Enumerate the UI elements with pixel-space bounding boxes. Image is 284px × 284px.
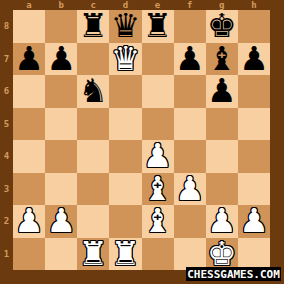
square-h7[interactable]: ♟ xyxy=(238,43,270,76)
rank-label-4: 4 xyxy=(0,140,13,173)
square-f7[interactable]: ♟ xyxy=(174,43,206,76)
square-d7[interactable]: ♛ xyxy=(109,43,141,76)
rank-label-3: 3 xyxy=(0,173,13,206)
square-e7[interactable] xyxy=(142,43,174,76)
square-a8[interactable] xyxy=(13,10,45,43)
square-f2[interactable] xyxy=(174,205,206,238)
black-queen-d8[interactable]: ♛ xyxy=(111,10,141,42)
square-e3[interactable]: ♝ xyxy=(142,173,174,206)
square-e2[interactable]: ♝ xyxy=(142,205,174,238)
rank-label-5: 5 xyxy=(0,108,13,141)
square-a2[interactable]: ♟ xyxy=(13,205,45,238)
white-bishop-e3[interactable]: ♝ xyxy=(143,173,173,205)
white-bishop-e2[interactable]: ♝ xyxy=(143,205,173,237)
square-d2[interactable] xyxy=(109,205,141,238)
rank-label-7: 7 xyxy=(0,43,13,76)
square-f5[interactable] xyxy=(174,108,206,141)
black-knight-c6[interactable]: ♞ xyxy=(79,75,109,107)
square-b1[interactable] xyxy=(45,238,77,271)
square-g8[interactable]: ♚ xyxy=(206,10,238,43)
square-h8[interactable] xyxy=(238,10,270,43)
square-c4[interactable] xyxy=(77,140,109,173)
file-label-a: a xyxy=(13,0,45,10)
black-pawn-f7[interactable]: ♟ xyxy=(175,43,205,75)
square-c6[interactable]: ♞ xyxy=(77,75,109,108)
square-g1[interactable]: ♚ xyxy=(206,238,238,271)
white-king-g1[interactable]: ♚ xyxy=(207,238,237,270)
black-pawn-a7[interactable]: ♟ xyxy=(14,43,44,75)
chess-board: ♜♛♜♚♟♟♛♟♝♟♞♟♟♝♟♟♟♝♟♟♜♜♚ xyxy=(13,10,270,270)
square-b4[interactable] xyxy=(45,140,77,173)
black-pawn-h7[interactable]: ♟ xyxy=(239,43,269,75)
square-c3[interactable] xyxy=(77,173,109,206)
rank-label-8: 8 xyxy=(0,10,13,43)
square-c8[interactable]: ♜ xyxy=(77,10,109,43)
chessgames-watermark: CHESSGAMES.COM xyxy=(186,267,281,281)
white-pawn-b2[interactable]: ♟ xyxy=(46,205,76,237)
black-king-g8[interactable]: ♚ xyxy=(207,10,237,42)
square-d5[interactable] xyxy=(109,108,141,141)
square-a5[interactable] xyxy=(13,108,45,141)
square-d1[interactable]: ♜ xyxy=(109,238,141,271)
square-b5[interactable] xyxy=(45,108,77,141)
black-rook-e8[interactable]: ♜ xyxy=(143,10,173,42)
square-b7[interactable]: ♟ xyxy=(45,43,77,76)
square-a1[interactable] xyxy=(13,238,45,271)
square-h6[interactable] xyxy=(238,75,270,108)
white-pawn-h2[interactable]: ♟ xyxy=(239,205,269,237)
white-pawn-e4[interactable]: ♟ xyxy=(143,140,173,172)
square-b3[interactable] xyxy=(45,173,77,206)
square-c2[interactable] xyxy=(77,205,109,238)
file-label-f: f xyxy=(174,0,206,10)
black-pawn-b7[interactable]: ♟ xyxy=(46,43,76,75)
square-g4[interactable] xyxy=(206,140,238,173)
square-g6[interactable]: ♟ xyxy=(206,75,238,108)
square-h3[interactable] xyxy=(238,173,270,206)
white-pawn-f3[interactable]: ♟ xyxy=(175,173,205,205)
square-a7[interactable]: ♟ xyxy=(13,43,45,76)
black-bishop-g7[interactable]: ♝ xyxy=(207,43,237,75)
rank-label-6: 6 xyxy=(0,75,13,108)
white-pawn-g2[interactable]: ♟ xyxy=(207,205,237,237)
file-label-b: b xyxy=(45,0,77,10)
black-pawn-g6[interactable]: ♟ xyxy=(207,75,237,107)
square-d8[interactable]: ♛ xyxy=(109,10,141,43)
square-g2[interactable]: ♟ xyxy=(206,205,238,238)
square-h1[interactable] xyxy=(238,238,270,271)
square-a3[interactable] xyxy=(13,173,45,206)
chess-board-diagram: abcdefgh 87654321 ♜♛♜♚♟♟♛♟♝♟♞♟♟♝♟♟♟♝♟♟♜♜… xyxy=(0,0,284,284)
white-rook-c1[interactable]: ♜ xyxy=(79,238,109,270)
white-pawn-a2[interactable]: ♟ xyxy=(14,205,44,237)
square-b8[interactable] xyxy=(45,10,77,43)
square-e5[interactable] xyxy=(142,108,174,141)
square-e1[interactable] xyxy=(142,238,174,271)
rank-label-2: 2 xyxy=(0,205,13,238)
square-f8[interactable] xyxy=(174,10,206,43)
rank-label-1: 1 xyxy=(0,238,13,271)
square-h5[interactable] xyxy=(238,108,270,141)
square-e8[interactable]: ♜ xyxy=(142,10,174,43)
square-g7[interactable]: ♝ xyxy=(206,43,238,76)
square-a4[interactable] xyxy=(13,140,45,173)
square-d4[interactable] xyxy=(109,140,141,173)
white-queen-d7[interactable]: ♛ xyxy=(111,43,141,75)
square-f3[interactable]: ♟ xyxy=(174,173,206,206)
square-f1[interactable] xyxy=(174,238,206,271)
square-d6[interactable] xyxy=(109,75,141,108)
square-f4[interactable] xyxy=(174,140,206,173)
black-rook-c8[interactable]: ♜ xyxy=(79,10,109,42)
square-b2[interactable]: ♟ xyxy=(45,205,77,238)
square-a6[interactable] xyxy=(13,75,45,108)
square-g5[interactable] xyxy=(206,108,238,141)
square-e6[interactable] xyxy=(142,75,174,108)
square-c5[interactable] xyxy=(77,108,109,141)
file-label-h: h xyxy=(238,0,270,10)
square-g3[interactable] xyxy=(206,173,238,206)
white-rook-d1[interactable]: ♜ xyxy=(111,238,141,270)
square-h2[interactable]: ♟ xyxy=(238,205,270,238)
square-b6[interactable] xyxy=(45,75,77,108)
square-c1[interactable]: ♜ xyxy=(77,238,109,271)
square-d3[interactable] xyxy=(109,173,141,206)
square-h4[interactable] xyxy=(238,140,270,173)
square-c7[interactable] xyxy=(77,43,109,76)
rank-labels: 87654321 xyxy=(0,10,13,270)
square-e4[interactable]: ♟ xyxy=(142,140,174,173)
square-f6[interactable] xyxy=(174,75,206,108)
